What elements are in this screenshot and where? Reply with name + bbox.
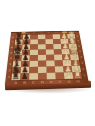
file-label: B: [23, 32, 30, 34]
product-photo: ABCDEFGH ABCDEFGH 87654321 87654321 ♜♟♟♜…: [0, 0, 95, 126]
piece-white-pawn: ♟: [62, 71, 75, 79]
piece-black-pawn: ♟: [18, 72, 31, 80]
file-label: C: [31, 32, 38, 34]
file-label: H: [67, 31, 75, 33]
rank-label: 1: [6, 74, 12, 81]
file-label: C: [29, 80, 38, 84]
file-label: A: [11, 81, 20, 85]
square: [38, 73, 47, 80]
chess-board: ABCDEFGH ABCDEFGH 87654321 87654321 ♜♟♟♜…: [5, 31, 89, 85]
file-label: E: [47, 80, 56, 84]
file-label: H: [73, 79, 82, 83]
square: ♟: [20, 73, 29, 80]
square: ♟: [64, 72, 73, 79]
file-label: D: [38, 80, 47, 84]
file-label: F: [56, 80, 65, 84]
file-label: B: [20, 81, 29, 85]
square: [38, 44, 46, 49]
board-grid: ♜♟♟♜♞♟♟♞♝♟♟♝♚♟♟♚♛♟♟♛♝♟♟♝♞♟♟♞♜♟♟♜: [11, 34, 82, 80]
file-label: D: [38, 32, 45, 34]
